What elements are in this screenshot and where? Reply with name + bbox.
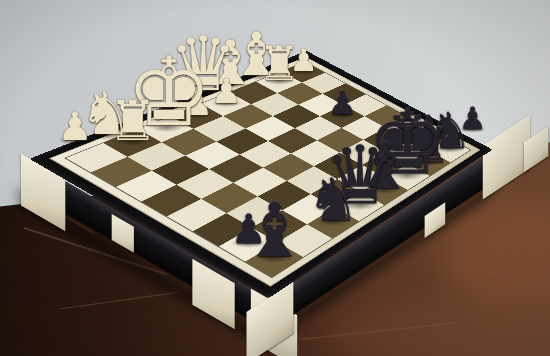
piece-shadow bbox=[343, 201, 376, 210]
piece-shadow bbox=[414, 134, 443, 142]
piece-shadow bbox=[211, 99, 242, 108]
piece-shadow bbox=[370, 159, 401, 168]
piece-shadow bbox=[459, 125, 487, 133]
piece-shadow bbox=[289, 67, 317, 75]
piece-shadow bbox=[392, 171, 423, 180]
photo-of-chess-set: ♜♚♟♟♜♟♟♟♟♜♟♝♞♛♝♚♜♞♟♞♛♝♝♟ bbox=[0, 0, 550, 356]
piece-shadow bbox=[57, 135, 92, 145]
